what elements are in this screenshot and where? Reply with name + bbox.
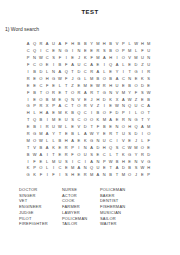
word-item: WAITER bbox=[100, 221, 125, 227]
word-item: TAILOR bbox=[62, 221, 87, 227]
grid-cell[interactable]: A bbox=[146, 103, 152, 110]
grid-cell[interactable]: F bbox=[146, 137, 152, 144]
grid-cell[interactable]: B bbox=[146, 96, 152, 103]
grid-cell[interactable]: U bbox=[146, 62, 152, 69]
word-item: FISHERMAN bbox=[100, 204, 125, 210]
worksheet-page: TEST 1) Word search AQRAUAFHBBYMHBVPLWHM… bbox=[0, 0, 180, 255]
grid-cell[interactable]: E bbox=[146, 82, 152, 89]
word-list-column-3: POLICEMANBAKERDENTISTFISHERMANMUSICIANSA… bbox=[100, 187, 125, 227]
grid-cell[interactable]: T bbox=[146, 110, 152, 117]
grid-cell[interactable]: E bbox=[146, 144, 152, 151]
grid-cell[interactable]: M bbox=[146, 41, 152, 48]
grid-cell[interactable]: W bbox=[146, 89, 152, 96]
grid-cell[interactable]: O bbox=[146, 131, 152, 138]
word-item: POLICEMAN bbox=[100, 187, 125, 193]
section-heading: 1) Word search bbox=[5, 26, 39, 32]
grid-cell[interactable]: Y bbox=[146, 117, 152, 124]
word-item: FIREFIGHTER bbox=[19, 221, 48, 227]
grid-cell[interactable]: S bbox=[146, 75, 152, 82]
grid-cell[interactable]: H bbox=[146, 165, 152, 172]
word-list-column-2: NURSEACTORCOOKFARMERLAWYERPOLICEMANTAILO… bbox=[62, 187, 87, 227]
grid-cell[interactable]: U bbox=[146, 48, 152, 55]
grid-cell[interactable]: D bbox=[146, 151, 152, 158]
grid-cell[interactable]: M bbox=[146, 124, 152, 131]
page-title: TEST bbox=[0, 9, 180, 15]
grid-cell[interactable]: R bbox=[146, 69, 152, 76]
grid-cell[interactable]: G bbox=[146, 158, 152, 165]
grid-cell[interactable]: P bbox=[146, 172, 152, 179]
word-list-column-1: DOCTORSINGERVETENGINEERJUDGEPILOTFIREFIG… bbox=[19, 187, 48, 227]
word-search-grid: AQRAUAFHBBYMHBVPLWHMCQICENGINEERSBOPMLFU… bbox=[25, 41, 152, 179]
grid-cell[interactable]: N bbox=[146, 55, 152, 62]
